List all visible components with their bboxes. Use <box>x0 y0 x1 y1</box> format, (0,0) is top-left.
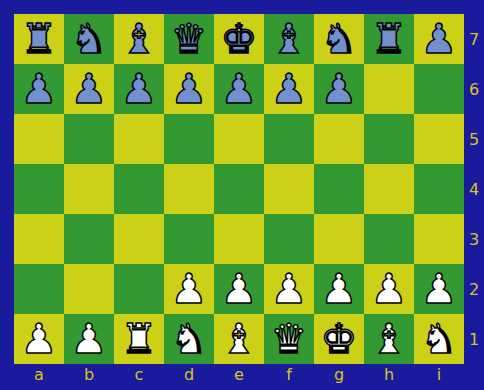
square-i1[interactable]: ♞ <box>414 314 464 364</box>
white-pawn: ♟ <box>321 264 358 314</box>
square-f2[interactable]: ♟ <box>264 264 314 314</box>
square-c7[interactable]: ♝ <box>114 14 164 64</box>
black-pawn: ♟ <box>271 64 308 114</box>
square-d3[interactable] <box>164 214 214 264</box>
black-rook: ♜ <box>21 14 58 64</box>
white-pawn: ♟ <box>221 264 258 314</box>
square-g1[interactable]: ♚ <box>314 314 364 364</box>
rank-label-2: 2 <box>464 264 484 314</box>
rank-label-6: 6 <box>464 64 484 114</box>
square-a3[interactable] <box>14 214 64 264</box>
square-b2[interactable] <box>64 264 114 314</box>
square-e7[interactable]: ♚ <box>214 14 264 64</box>
square-a5[interactable] <box>14 114 64 164</box>
square-e6[interactable]: ♟ <box>214 64 264 114</box>
square-a7[interactable]: ♜ <box>14 14 64 64</box>
square-b4[interactable] <box>64 164 114 214</box>
square-i3[interactable] <box>414 214 464 264</box>
rank-labels: 7654321 <box>464 14 484 364</box>
file-label-f: f <box>264 364 314 390</box>
file-label-e: e <box>214 364 264 390</box>
square-c2[interactable] <box>114 264 164 314</box>
square-a4[interactable] <box>14 164 64 214</box>
square-e5[interactable] <box>214 114 264 164</box>
board-frame: ♜♞♝♛♚♝♞♜♟♟♟♟♟♟♟♟♟♟♟♟♟♟♟♟♜♞♝♛♚♝♞ abcdefgh… <box>0 0 484 390</box>
file-labels: abcdefghi <box>14 364 464 390</box>
square-c1[interactable]: ♜ <box>114 314 164 364</box>
square-g7[interactable]: ♞ <box>314 14 364 64</box>
black-bishop: ♝ <box>271 14 308 64</box>
black-pawn: ♟ <box>421 14 458 64</box>
square-h6[interactable] <box>364 64 414 114</box>
square-f1[interactable]: ♛ <box>264 314 314 364</box>
black-bishop: ♝ <box>121 14 158 64</box>
rank-label-1: 1 <box>464 314 484 364</box>
square-i5[interactable] <box>414 114 464 164</box>
square-h7[interactable]: ♜ <box>364 14 414 64</box>
square-i4[interactable] <box>414 164 464 214</box>
white-king: ♚ <box>321 314 358 364</box>
square-h4[interactable] <box>364 164 414 214</box>
square-a6[interactable]: ♟ <box>14 64 64 114</box>
square-h5[interactable] <box>364 114 414 164</box>
black-king: ♚ <box>221 14 258 64</box>
white-pawn: ♟ <box>71 314 108 364</box>
file-label-d: d <box>164 364 214 390</box>
square-e1[interactable]: ♝ <box>214 314 264 364</box>
square-b1[interactable]: ♟ <box>64 314 114 364</box>
black-knight: ♞ <box>71 14 108 64</box>
black-pawn: ♟ <box>221 64 258 114</box>
square-c4[interactable] <box>114 164 164 214</box>
white-pawn: ♟ <box>271 264 308 314</box>
file-label-b: b <box>64 364 114 390</box>
square-g4[interactable] <box>314 164 364 214</box>
square-d2[interactable]: ♟ <box>164 264 214 314</box>
white-queen: ♛ <box>271 314 308 364</box>
square-b7[interactable]: ♞ <box>64 14 114 64</box>
file-label-h: h <box>364 364 414 390</box>
file-label-c: c <box>114 364 164 390</box>
black-queen: ♛ <box>171 14 208 64</box>
black-knight: ♞ <box>321 14 358 64</box>
square-d5[interactable] <box>164 114 214 164</box>
white-knight: ♞ <box>421 314 458 364</box>
square-f4[interactable] <box>264 164 314 214</box>
square-c3[interactable] <box>114 214 164 264</box>
square-h3[interactable] <box>364 214 414 264</box>
square-e4[interactable] <box>214 164 264 214</box>
rank-label-7: 7 <box>464 14 484 64</box>
square-i7[interactable]: ♟ <box>414 14 464 64</box>
square-g2[interactable]: ♟ <box>314 264 364 314</box>
square-e2[interactable]: ♟ <box>214 264 264 314</box>
board: ♜♞♝♛♚♝♞♜♟♟♟♟♟♟♟♟♟♟♟♟♟♟♟♟♜♞♝♛♚♝♞ <box>14 14 464 364</box>
white-rook: ♜ <box>121 314 158 364</box>
square-b6[interactable]: ♟ <box>64 64 114 114</box>
square-c6[interactable]: ♟ <box>114 64 164 114</box>
square-b5[interactable] <box>64 114 114 164</box>
black-pawn: ♟ <box>171 64 208 114</box>
square-g5[interactable] <box>314 114 364 164</box>
square-i2[interactable]: ♟ <box>414 264 464 314</box>
white-pawn: ♟ <box>171 264 208 314</box>
black-pawn: ♟ <box>321 64 358 114</box>
square-f3[interactable] <box>264 214 314 264</box>
square-i6[interactable] <box>414 64 464 114</box>
square-e3[interactable] <box>214 214 264 264</box>
square-g3[interactable] <box>314 214 364 264</box>
white-bishop: ♝ <box>221 314 258 364</box>
white-pawn: ♟ <box>21 314 58 364</box>
black-pawn: ♟ <box>71 64 108 114</box>
square-h1[interactable]: ♝ <box>364 314 414 364</box>
black-pawn: ♟ <box>21 64 58 114</box>
square-d7[interactable]: ♛ <box>164 14 214 64</box>
square-f6[interactable]: ♟ <box>264 64 314 114</box>
file-label-a: a <box>14 364 64 390</box>
file-label-g: g <box>314 364 364 390</box>
square-f5[interactable] <box>264 114 314 164</box>
file-label-i: i <box>414 364 464 390</box>
rank-label-5: 5 <box>464 114 484 164</box>
black-rook: ♜ <box>371 14 408 64</box>
square-d6[interactable]: ♟ <box>164 64 214 114</box>
white-pawn: ♟ <box>421 264 458 314</box>
square-a2[interactable] <box>14 264 64 314</box>
square-a1[interactable]: ♟ <box>14 314 64 364</box>
white-knight: ♞ <box>171 314 208 364</box>
square-f7[interactable]: ♝ <box>264 14 314 64</box>
white-pawn: ♟ <box>371 264 408 314</box>
square-d4[interactable] <box>164 164 214 214</box>
square-g6[interactable]: ♟ <box>314 64 364 114</box>
black-pawn: ♟ <box>121 64 158 114</box>
rank-label-4: 4 <box>464 164 484 214</box>
white-bishop: ♝ <box>371 314 408 364</box>
square-h2[interactable]: ♟ <box>364 264 414 314</box>
square-d1[interactable]: ♞ <box>164 314 214 364</box>
square-b3[interactable] <box>64 214 114 264</box>
rank-label-3: 3 <box>464 214 484 264</box>
square-c5[interactable] <box>114 114 164 164</box>
